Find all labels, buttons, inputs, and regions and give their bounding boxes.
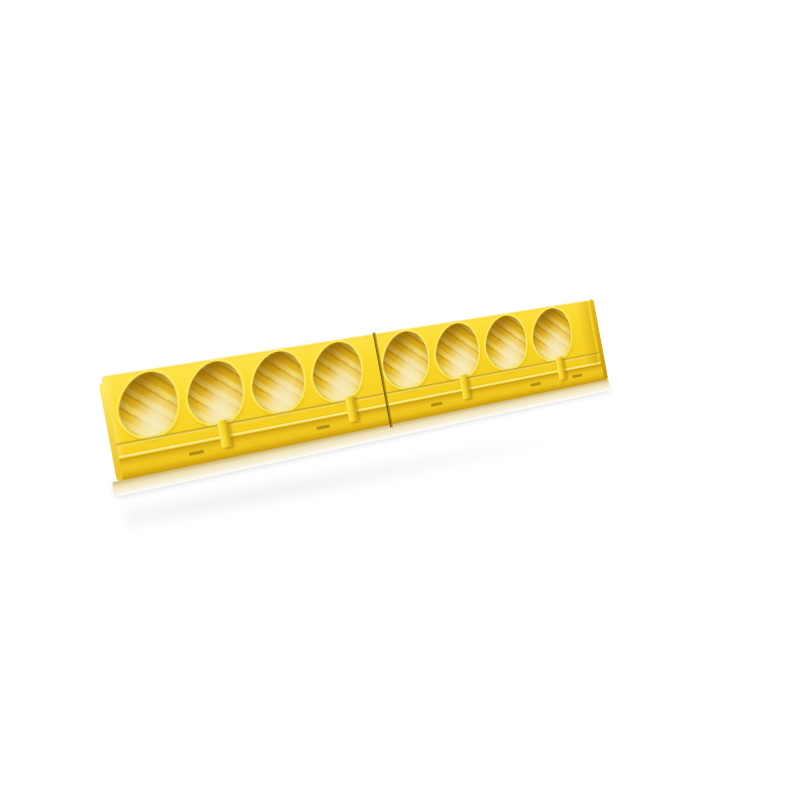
- latch-mark: [316, 424, 330, 430]
- egg-cavity: [530, 303, 575, 364]
- egg-cavity: [182, 356, 249, 429]
- egg-cavity: [113, 366, 185, 441]
- product-photo: [0, 0, 800, 800]
- egg-cavity: [247, 346, 310, 416]
- egg-cavity: [432, 318, 483, 382]
- latch-mark: [530, 382, 541, 387]
- egg-cavity: [379, 326, 433, 392]
- egg-cavity: [482, 311, 530, 374]
- latch-mark: [431, 402, 443, 407]
- latch-mark: [189, 450, 205, 456]
- latch-mark: [572, 374, 582, 379]
- egg-cavity: [308, 337, 367, 405]
